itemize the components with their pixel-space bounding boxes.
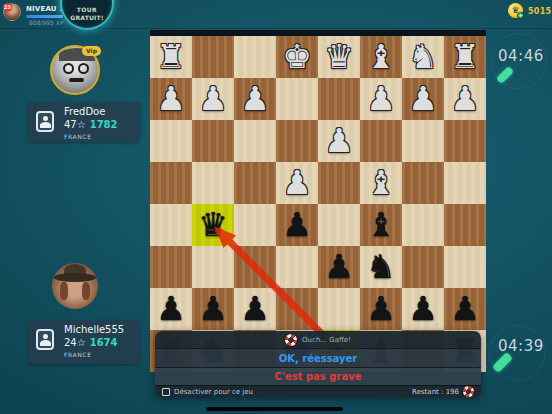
board-square[interactable]: ♟ <box>402 288 444 330</box>
retry-button[interactable]: OK, réessayer <box>155 348 481 367</box>
white-bishop-piece: ♝ <box>366 166 396 199</box>
disable-checkbox-label: Désactiver pour ce jeu <box>174 388 253 396</box>
opponent-name: FredDoe <box>64 106 105 117</box>
white-pawn-piece: ♟ <box>324 124 354 157</box>
black-pawn-piece: ♟ <box>450 292 480 325</box>
board-square[interactable]: ♛ <box>192 204 234 246</box>
black-pawn-piece: ♟ <box>198 292 228 325</box>
notification-badge: 23 <box>3 3 12 12</box>
player-country: FRANCE <box>64 351 92 358</box>
black-pawn-piece: ♟ <box>408 292 438 325</box>
life-ring-icon <box>463 386 474 397</box>
board-square[interactable]: ♟ <box>234 78 276 120</box>
player-stats: 24☆1674 <box>64 337 118 348</box>
board-square[interactable] <box>234 246 276 288</box>
white-pawn-piece: ♟ <box>156 82 186 115</box>
player-rating: 1674 <box>90 337 118 348</box>
board-square[interactable]: ♛ <box>318 36 360 78</box>
board-square[interactable] <box>150 204 192 246</box>
white-pawn-piece: ♟ <box>282 166 312 199</box>
board-square[interactable]: ♜ <box>444 36 486 78</box>
white-rook-piece: ♜ <box>156 40 186 73</box>
add-coins-icon: + <box>517 12 524 19</box>
hat-brim-icon <box>54 273 96 282</box>
board-square[interactable] <box>192 162 234 204</box>
board-square[interactable]: ♟ <box>192 78 234 120</box>
board-square[interactable] <box>234 36 276 78</box>
board-square[interactable]: ♟ <box>192 288 234 330</box>
remaining-takebacks: Restant : 196 <box>412 386 474 397</box>
person-head-icon <box>43 334 48 339</box>
glasses-icon <box>78 63 89 74</box>
person-body-icon <box>40 340 51 346</box>
opponent-stats: 47☆1782 <box>64 119 118 130</box>
free-tour-badge-line1: TOUR <box>62 6 112 13</box>
player-avatar[interactable] <box>52 263 98 309</box>
black-bishop-piece: ♝ <box>366 208 396 241</box>
blunder-dialog: Ouch... Gaffe! OK, réessayer C'est pas g… <box>155 331 481 397</box>
white-pawn-piece: ♟ <box>366 82 396 115</box>
board-square[interactable]: ♟ <box>444 288 486 330</box>
home-indicator[interactable] <box>206 407 343 411</box>
opponent-country: FRANCE <box>64 133 92 140</box>
xp-label: 808/995 XP <box>29 19 64 26</box>
board-square[interactable]: ♟ <box>150 288 192 330</box>
board-square[interactable] <box>318 288 360 330</box>
keep-move-button[interactable]: C'est pas grave <box>155 367 481 385</box>
black-queen-piece: ♛ <box>198 208 228 241</box>
opponent-rating: 1782 <box>90 119 118 130</box>
board-square[interactable] <box>444 204 486 246</box>
blunder-dialog-header: Ouch... Gaffe! <box>155 331 481 348</box>
board-square[interactable] <box>192 246 234 288</box>
board-square[interactable]: ♟ <box>276 162 318 204</box>
player-name: Michelle555 <box>64 324 124 335</box>
white-pawn-piece: ♟ <box>240 82 270 115</box>
board-square[interactable] <box>150 162 192 204</box>
avatar-hair <box>60 282 68 300</box>
white-knight-piece: ♞ <box>408 40 438 73</box>
blunder-dialog-footer: Désactiver pour ce jeu Restant : 196 <box>155 385 481 397</box>
person-head-icon <box>43 116 48 121</box>
white-pawn-piece: ♟ <box>450 82 480 115</box>
opponent-card[interactable]: FredDoe 47☆1782 FRANCE <box>28 102 140 142</box>
board-square[interactable]: ♟ <box>150 78 192 120</box>
disable-checkbox[interactable] <box>162 388 170 396</box>
black-pawn-piece: ♟ <box>282 208 312 241</box>
board-square[interactable]: ♟ <box>402 78 444 120</box>
white-rook-piece: ♜ <box>450 40 480 73</box>
life-ring-icon <box>285 334 297 346</box>
player-card[interactable]: Michelle555 24☆1674 FRANCE <box>28 320 140 364</box>
board-square[interactable]: ♟ <box>234 288 276 330</box>
board-square[interactable] <box>402 120 444 162</box>
board-square[interactable]: ♜ <box>150 36 192 78</box>
free-tour-badge[interactable]: TOUR GRATUIT! <box>60 0 114 30</box>
glasses-icon <box>63 63 74 74</box>
blunder-title: Ouch... Gaffe! <box>302 336 351 344</box>
board-square[interactable] <box>444 120 486 162</box>
board-square[interactable]: ♟ <box>276 204 318 246</box>
black-pawn-piece: ♟ <box>156 292 186 325</box>
xp-progress-fill <box>26 15 63 18</box>
coin-count: 50155 <box>528 7 552 16</box>
chess-board[interactable]: ♜♚♛♝♞♜♟♟♟♟♟♟♟♟♝♛♟♝♟♞♟♟♟♟♟♟♜♞♚♝♜ <box>150 36 486 372</box>
board-square[interactable] <box>276 288 318 330</box>
mustache-icon <box>69 78 84 82</box>
board-square[interactable]: ♝ <box>360 162 402 204</box>
board-square[interactable] <box>444 246 486 288</box>
black-knight-piece: ♞ <box>366 250 396 283</box>
board-square[interactable]: ♟ <box>318 120 360 162</box>
user-avatar[interactable]: 23 <box>3 3 21 21</box>
board-square[interactable] <box>318 204 360 246</box>
board-square[interactable] <box>150 120 192 162</box>
board-square[interactable] <box>234 120 276 162</box>
white-pawn-piece: ♟ <box>198 82 228 115</box>
disable-for-game-option[interactable]: Désactiver pour ce jeu <box>162 388 253 396</box>
white-pawn-piece: ♟ <box>408 82 438 115</box>
black-pawn-piece: ♟ <box>366 292 396 325</box>
board-square[interactable] <box>234 204 276 246</box>
board-square[interactable] <box>150 246 192 288</box>
vip-badge: Vip <box>82 46 101 56</box>
board-square[interactable] <box>276 78 318 120</box>
white-bishop-piece: ♝ <box>366 40 396 73</box>
board-square[interactable]: ♟ <box>444 78 486 120</box>
opponent-stars: 47☆ <box>64 119 86 130</box>
board-square[interactable]: ♟ <box>360 288 402 330</box>
board-square[interactable] <box>276 246 318 288</box>
board-square[interactable]: ♝ <box>360 36 402 78</box>
profile-card-icon <box>36 111 54 132</box>
person-body-icon <box>40 122 51 128</box>
board-square[interactable] <box>402 162 444 204</box>
board-square[interactable] <box>276 120 318 162</box>
board-square[interactable] <box>402 246 444 288</box>
board-square[interactable]: ♟ <box>360 78 402 120</box>
opponent-clock: 04:46 <box>498 47 544 65</box>
board-square[interactable]: ♚ <box>276 36 318 78</box>
avatar-hair <box>82 282 90 300</box>
player-stars: 24☆ <box>64 337 86 348</box>
board-square[interactable] <box>444 162 486 204</box>
remaining-label: Restant : 196 <box>412 388 459 396</box>
board-square[interactable] <box>192 120 234 162</box>
board-square[interactable] <box>318 162 360 204</box>
board-square[interactable]: ♝ <box>360 204 402 246</box>
free-tour-badge-line2: GRATUIT! <box>62 14 112 21</box>
board-square[interactable] <box>234 162 276 204</box>
board-square[interactable] <box>402 204 444 246</box>
board-square[interactable]: ♞ <box>360 246 402 288</box>
coin-balance-button[interactable]: ♛ + <box>508 3 523 18</box>
white-king-piece: ♚ <box>282 40 312 73</box>
profile-card-icon <box>36 329 54 350</box>
board-square[interactable]: ♞ <box>402 36 444 78</box>
board-square[interactable]: ♟ <box>318 246 360 288</box>
board-square[interactable] <box>318 78 360 120</box>
board-square[interactable] <box>360 120 402 162</box>
white-queen-piece: ♛ <box>324 40 354 73</box>
black-pawn-piece: ♟ <box>324 250 354 283</box>
app-screen: 23 NIVEAU 24☆ 808/995 XP TOUR GRATUIT! ♛… <box>0 0 552 414</box>
board-square[interactable] <box>192 36 234 78</box>
black-pawn-piece: ♟ <box>240 292 270 325</box>
